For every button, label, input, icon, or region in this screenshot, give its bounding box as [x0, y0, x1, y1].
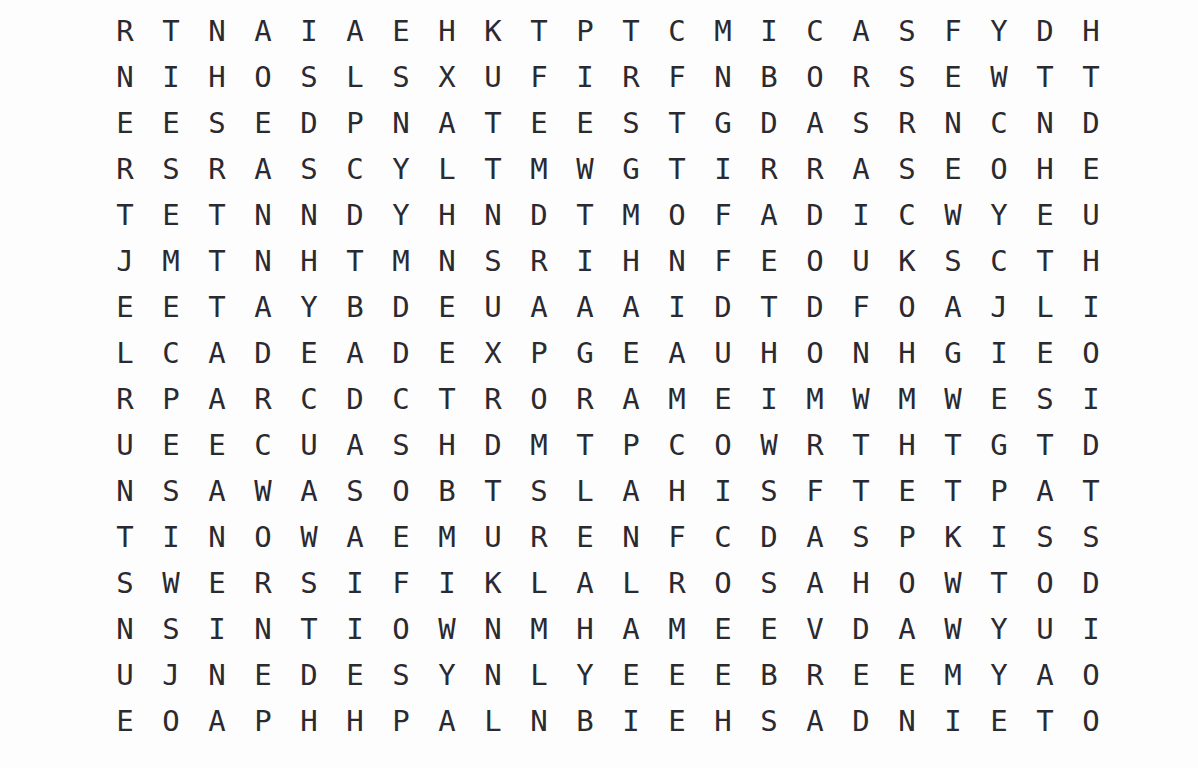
- grid-cell[interactable]: W: [930, 192, 976, 238]
- grid-cell[interactable]: S: [378, 652, 424, 698]
- grid-cell[interactable]: E: [194, 422, 240, 468]
- grid-cell[interactable]: O: [884, 560, 930, 606]
- grid-cell[interactable]: R: [102, 376, 148, 422]
- grid-cell[interactable]: T: [332, 238, 378, 284]
- grid-cell[interactable]: E: [1022, 192, 1068, 238]
- grid-cell[interactable]: N: [608, 514, 654, 560]
- grid-cell[interactable]: W: [930, 560, 976, 606]
- grid-cell[interactable]: D: [332, 376, 378, 422]
- grid-cell[interactable]: D: [792, 284, 838, 330]
- grid-cell[interactable]: T: [470, 468, 516, 514]
- grid-cell[interactable]: W: [424, 606, 470, 652]
- grid-cell[interactable]: N: [654, 238, 700, 284]
- grid-cell[interactable]: M: [654, 606, 700, 652]
- grid-cell[interactable]: N: [194, 514, 240, 560]
- grid-cell[interactable]: N: [194, 8, 240, 54]
- grid-cell[interactable]: R: [102, 8, 148, 54]
- grid-cell[interactable]: M: [378, 238, 424, 284]
- grid-cell[interactable]: R: [792, 422, 838, 468]
- grid-cell[interactable]: T: [1022, 54, 1068, 100]
- grid-cell[interactable]: B: [424, 468, 470, 514]
- grid-cell[interactable]: A: [838, 146, 884, 192]
- grid-cell[interactable]: S: [746, 698, 792, 744]
- grid-cell[interactable]: U: [102, 422, 148, 468]
- grid-cell[interactable]: C: [792, 8, 838, 54]
- grid-cell[interactable]: S: [148, 146, 194, 192]
- grid-cell[interactable]: E: [424, 284, 470, 330]
- grid-cell[interactable]: U: [1068, 192, 1114, 238]
- grid-cell[interactable]: L: [608, 560, 654, 606]
- grid-cell[interactable]: A: [194, 468, 240, 514]
- grid-cell[interactable]: S: [884, 54, 930, 100]
- grid-cell[interactable]: N: [884, 698, 930, 744]
- grid-cell[interactable]: A: [516, 284, 562, 330]
- grid-cell[interactable]: H: [286, 698, 332, 744]
- grid-cell[interactable]: F: [378, 560, 424, 606]
- grid-cell[interactable]: D: [746, 514, 792, 560]
- grid-cell[interactable]: E: [102, 100, 148, 146]
- grid-cell[interactable]: S: [378, 54, 424, 100]
- grid-cell[interactable]: W: [976, 54, 1022, 100]
- grid-cell[interactable]: N: [470, 606, 516, 652]
- grid-cell[interactable]: M: [608, 192, 654, 238]
- grid-cell[interactable]: F: [516, 54, 562, 100]
- grid-cell[interactable]: M: [654, 376, 700, 422]
- grid-cell[interactable]: J: [102, 238, 148, 284]
- grid-cell[interactable]: E: [562, 100, 608, 146]
- grid-cell[interactable]: A: [240, 146, 286, 192]
- grid-cell[interactable]: E: [240, 652, 286, 698]
- grid-cell[interactable]: O: [792, 238, 838, 284]
- grid-cell[interactable]: M: [516, 422, 562, 468]
- grid-cell[interactable]: O: [976, 146, 1022, 192]
- grid-cell[interactable]: S: [286, 54, 332, 100]
- grid-cell[interactable]: A: [792, 100, 838, 146]
- grid-cell[interactable]: E: [1022, 330, 1068, 376]
- grid-cell[interactable]: R: [792, 146, 838, 192]
- grid-cell[interactable]: O: [700, 422, 746, 468]
- grid-cell[interactable]: E: [654, 652, 700, 698]
- grid-cell[interactable]: A: [332, 422, 378, 468]
- grid-cell[interactable]: T: [424, 376, 470, 422]
- grid-cell[interactable]: C: [976, 100, 1022, 146]
- grid-cell[interactable]: A: [332, 8, 378, 54]
- grid-cell[interactable]: D: [378, 284, 424, 330]
- grid-cell[interactable]: E: [148, 192, 194, 238]
- grid-cell[interactable]: P: [516, 330, 562, 376]
- grid-cell[interactable]: E: [838, 652, 884, 698]
- grid-cell[interactable]: I: [194, 606, 240, 652]
- grid-cell[interactable]: I: [332, 606, 378, 652]
- grid-cell[interactable]: A: [930, 284, 976, 330]
- grid-cell[interactable]: J: [976, 284, 1022, 330]
- grid-cell[interactable]: I: [562, 238, 608, 284]
- grid-cell[interactable]: B: [746, 54, 792, 100]
- grid-cell[interactable]: E: [332, 652, 378, 698]
- grid-cell[interactable]: A: [562, 560, 608, 606]
- grid-cell[interactable]: E: [378, 514, 424, 560]
- grid-cell[interactable]: H: [1068, 238, 1114, 284]
- grid-cell[interactable]: F: [700, 192, 746, 238]
- grid-cell[interactable]: B: [562, 698, 608, 744]
- grid-cell[interactable]: H: [1068, 8, 1114, 54]
- grid-cell[interactable]: I: [332, 560, 378, 606]
- grid-cell[interactable]: P: [378, 698, 424, 744]
- grid-cell[interactable]: P: [148, 376, 194, 422]
- grid-cell[interactable]: T: [102, 514, 148, 560]
- grid-cell[interactable]: C: [976, 238, 1022, 284]
- grid-cell[interactable]: O: [1022, 560, 1068, 606]
- grid-cell[interactable]: T: [976, 560, 1022, 606]
- grid-cell[interactable]: H: [1022, 146, 1068, 192]
- grid-cell[interactable]: N: [930, 100, 976, 146]
- grid-cell[interactable]: E: [194, 560, 240, 606]
- grid-cell[interactable]: H: [194, 54, 240, 100]
- grid-cell[interactable]: E: [608, 652, 654, 698]
- grid-cell[interactable]: R: [194, 146, 240, 192]
- grid-cell[interactable]: S: [1068, 514, 1114, 560]
- grid-cell[interactable]: C: [240, 422, 286, 468]
- grid-cell[interactable]: I: [148, 514, 194, 560]
- grid-cell[interactable]: D: [746, 100, 792, 146]
- grid-cell[interactable]: R: [654, 560, 700, 606]
- grid-cell[interactable]: I: [654, 284, 700, 330]
- grid-cell[interactable]: A: [608, 376, 654, 422]
- grid-cell[interactable]: I: [746, 8, 792, 54]
- grid-cell[interactable]: U: [286, 422, 332, 468]
- grid-cell[interactable]: S: [286, 560, 332, 606]
- grid-cell[interactable]: E: [562, 514, 608, 560]
- grid-cell[interactable]: R: [746, 146, 792, 192]
- grid-cell[interactable]: P: [562, 8, 608, 54]
- grid-cell[interactable]: T: [470, 146, 516, 192]
- grid-cell[interactable]: U: [470, 514, 516, 560]
- grid-cell[interactable]: A: [792, 514, 838, 560]
- grid-cell[interactable]: W: [286, 514, 332, 560]
- grid-cell[interactable]: N: [470, 192, 516, 238]
- grid-cell[interactable]: S: [332, 468, 378, 514]
- grid-cell[interactable]: T: [654, 100, 700, 146]
- grid-cell[interactable]: P: [884, 514, 930, 560]
- grid-cell[interactable]: V: [792, 606, 838, 652]
- grid-cell[interactable]: O: [884, 284, 930, 330]
- grid-cell[interactable]: C: [884, 192, 930, 238]
- grid-cell[interactable]: O: [792, 330, 838, 376]
- grid-cell[interactable]: T: [930, 422, 976, 468]
- grid-cell[interactable]: H: [838, 560, 884, 606]
- grid-cell[interactable]: R: [562, 376, 608, 422]
- grid-cell[interactable]: N: [240, 192, 286, 238]
- grid-cell[interactable]: S: [1022, 376, 1068, 422]
- grid-cell[interactable]: L: [562, 468, 608, 514]
- grid-cell[interactable]: D: [378, 330, 424, 376]
- grid-cell[interactable]: E: [424, 330, 470, 376]
- grid-cell[interactable]: N: [286, 192, 332, 238]
- grid-cell[interactable]: H: [700, 698, 746, 744]
- grid-cell[interactable]: R: [470, 376, 516, 422]
- grid-cell[interactable]: L: [102, 330, 148, 376]
- grid-cell[interactable]: H: [424, 422, 470, 468]
- grid-cell[interactable]: G: [976, 422, 1022, 468]
- grid-cell[interactable]: I: [424, 560, 470, 606]
- grid-cell[interactable]: O: [700, 560, 746, 606]
- grid-cell[interactable]: A: [1022, 652, 1068, 698]
- grid-cell[interactable]: A: [562, 284, 608, 330]
- grid-cell[interactable]: O: [1068, 652, 1114, 698]
- grid-cell[interactable]: S: [194, 100, 240, 146]
- grid-cell[interactable]: E: [148, 100, 194, 146]
- grid-cell[interactable]: N: [240, 238, 286, 284]
- grid-cell[interactable]: H: [424, 8, 470, 54]
- grid-cell[interactable]: N: [838, 330, 884, 376]
- grid-cell[interactable]: E: [1068, 146, 1114, 192]
- grid-cell[interactable]: D: [286, 652, 332, 698]
- grid-cell[interactable]: E: [148, 422, 194, 468]
- grid-cell[interactable]: F: [654, 514, 700, 560]
- grid-cell[interactable]: S: [148, 606, 194, 652]
- grid-cell[interactable]: S: [470, 238, 516, 284]
- grid-cell[interactable]: L: [516, 652, 562, 698]
- grid-cell[interactable]: O: [240, 54, 286, 100]
- grid-cell[interactable]: J: [148, 652, 194, 698]
- grid-cell[interactable]: S: [884, 8, 930, 54]
- grid-cell[interactable]: E: [516, 100, 562, 146]
- grid-cell[interactable]: R: [838, 54, 884, 100]
- grid-cell[interactable]: O: [1068, 698, 1114, 744]
- grid-cell[interactable]: T: [608, 8, 654, 54]
- grid-cell[interactable]: E: [378, 8, 424, 54]
- grid-cell[interactable]: P: [332, 100, 378, 146]
- grid-cell[interactable]: M: [792, 376, 838, 422]
- grid-cell[interactable]: X: [470, 330, 516, 376]
- grid-cell[interactable]: Y: [424, 652, 470, 698]
- grid-cell[interactable]: F: [930, 8, 976, 54]
- grid-cell[interactable]: R: [792, 652, 838, 698]
- grid-cell[interactable]: A: [332, 514, 378, 560]
- grid-cell[interactable]: E: [700, 606, 746, 652]
- grid-cell[interactable]: G: [930, 330, 976, 376]
- grid-cell[interactable]: H: [654, 468, 700, 514]
- grid-cell[interactable]: K: [884, 238, 930, 284]
- grid-cell[interactable]: P: [608, 422, 654, 468]
- grid-cell[interactable]: B: [746, 652, 792, 698]
- grid-cell[interactable]: T: [194, 284, 240, 330]
- grid-cell[interactable]: Y: [378, 192, 424, 238]
- grid-cell[interactable]: I: [976, 514, 1022, 560]
- grid-cell[interactable]: S: [286, 146, 332, 192]
- grid-cell[interactable]: D: [286, 100, 332, 146]
- grid-cell[interactable]: T: [470, 100, 516, 146]
- grid-cell[interactable]: S: [378, 422, 424, 468]
- grid-cell[interactable]: F: [654, 54, 700, 100]
- grid-cell[interactable]: T: [148, 8, 194, 54]
- grid-cell[interactable]: U: [470, 284, 516, 330]
- grid-cell[interactable]: R: [240, 376, 286, 422]
- grid-cell[interactable]: E: [240, 100, 286, 146]
- grid-cell[interactable]: F: [700, 238, 746, 284]
- grid-cell[interactable]: R: [608, 54, 654, 100]
- grid-cell[interactable]: S: [746, 468, 792, 514]
- grid-cell[interactable]: U: [838, 238, 884, 284]
- grid-cell[interactable]: M: [930, 652, 976, 698]
- grid-cell[interactable]: A: [240, 8, 286, 54]
- grid-cell[interactable]: T: [562, 192, 608, 238]
- grid-cell[interactable]: Y: [378, 146, 424, 192]
- grid-cell[interactable]: E: [884, 468, 930, 514]
- grid-cell[interactable]: H: [884, 422, 930, 468]
- grid-cell[interactable]: S: [102, 560, 148, 606]
- grid-cell[interactable]: A: [746, 192, 792, 238]
- grid-cell[interactable]: E: [286, 330, 332, 376]
- grid-cell[interactable]: S: [838, 514, 884, 560]
- grid-cell[interactable]: W: [240, 468, 286, 514]
- grid-cell[interactable]: T: [654, 146, 700, 192]
- grid-cell[interactable]: N: [194, 652, 240, 698]
- grid-cell[interactable]: H: [332, 698, 378, 744]
- grid-cell[interactable]: G: [562, 330, 608, 376]
- grid-cell[interactable]: H: [562, 606, 608, 652]
- grid-cell[interactable]: W: [562, 146, 608, 192]
- grid-cell[interactable]: E: [102, 698, 148, 744]
- grid-cell[interactable]: I: [1068, 376, 1114, 422]
- grid-cell[interactable]: Y: [976, 606, 1022, 652]
- grid-cell[interactable]: E: [700, 376, 746, 422]
- grid-cell[interactable]: A: [194, 376, 240, 422]
- grid-cell[interactable]: S: [608, 100, 654, 146]
- grid-cell[interactable]: M: [516, 606, 562, 652]
- grid-cell[interactable]: H: [746, 330, 792, 376]
- grid-cell[interactable]: D: [1022, 8, 1068, 54]
- grid-cell[interactable]: O: [148, 698, 194, 744]
- grid-cell[interactable]: E: [102, 284, 148, 330]
- grid-cell[interactable]: E: [746, 606, 792, 652]
- grid-cell[interactable]: W: [930, 606, 976, 652]
- grid-cell[interactable]: N: [102, 54, 148, 100]
- grid-cell[interactable]: K: [930, 514, 976, 560]
- grid-cell[interactable]: A: [194, 330, 240, 376]
- grid-cell[interactable]: I: [286, 8, 332, 54]
- grid-cell[interactable]: E: [976, 698, 1022, 744]
- grid-cell[interactable]: O: [516, 376, 562, 422]
- grid-cell[interactable]: U: [102, 652, 148, 698]
- grid-cell[interactable]: S: [1022, 514, 1068, 560]
- grid-cell[interactable]: S: [746, 560, 792, 606]
- grid-cell[interactable]: A: [240, 284, 286, 330]
- grid-cell[interactable]: L: [332, 54, 378, 100]
- grid-cell[interactable]: E: [746, 238, 792, 284]
- grid-cell[interactable]: D: [1068, 100, 1114, 146]
- grid-cell[interactable]: P: [240, 698, 286, 744]
- grid-cell[interactable]: G: [700, 100, 746, 146]
- grid-cell[interactable]: A: [792, 560, 838, 606]
- grid-cell[interactable]: C: [148, 330, 194, 376]
- grid-cell[interactable]: I: [838, 192, 884, 238]
- grid-cell[interactable]: A: [194, 698, 240, 744]
- grid-cell[interactable]: D: [1068, 560, 1114, 606]
- grid-cell[interactable]: N: [378, 100, 424, 146]
- grid-cell[interactable]: T: [516, 8, 562, 54]
- grid-cell[interactable]: I: [608, 698, 654, 744]
- grid-cell[interactable]: E: [930, 146, 976, 192]
- grid-cell[interactable]: E: [930, 54, 976, 100]
- grid-cell[interactable]: S: [516, 468, 562, 514]
- grid-cell[interactable]: C: [378, 376, 424, 422]
- grid-cell[interactable]: O: [378, 606, 424, 652]
- grid-cell[interactable]: T: [1022, 422, 1068, 468]
- grid-cell[interactable]: D: [792, 192, 838, 238]
- grid-cell[interactable]: E: [884, 652, 930, 698]
- grid-cell[interactable]: O: [654, 192, 700, 238]
- grid-cell[interactable]: T: [838, 422, 884, 468]
- grid-cell[interactable]: N: [470, 652, 516, 698]
- grid-cell[interactable]: S: [838, 100, 884, 146]
- grid-cell[interactable]: R: [240, 560, 286, 606]
- grid-cell[interactable]: U: [700, 330, 746, 376]
- grid-cell[interactable]: N: [424, 238, 470, 284]
- grid-cell[interactable]: Y: [286, 284, 332, 330]
- grid-cell[interactable]: I: [746, 376, 792, 422]
- grid-cell[interactable]: A: [424, 698, 470, 744]
- grid-cell[interactable]: U: [470, 54, 516, 100]
- grid-cell[interactable]: L: [516, 560, 562, 606]
- grid-cell[interactable]: D: [1068, 422, 1114, 468]
- grid-cell[interactable]: N: [102, 468, 148, 514]
- grid-cell[interactable]: H: [424, 192, 470, 238]
- grid-cell[interactable]: A: [608, 606, 654, 652]
- grid-cell[interactable]: I: [1068, 606, 1114, 652]
- grid-cell[interactable]: S: [884, 146, 930, 192]
- grid-cell[interactable]: I: [700, 468, 746, 514]
- grid-cell[interactable]: A: [286, 468, 332, 514]
- grid-cell[interactable]: D: [516, 192, 562, 238]
- grid-cell[interactable]: T: [1022, 238, 1068, 284]
- grid-cell[interactable]: T: [286, 606, 332, 652]
- grid-cell[interactable]: A: [884, 606, 930, 652]
- grid-cell[interactable]: R: [102, 146, 148, 192]
- grid-cell[interactable]: O: [1068, 330, 1114, 376]
- grid-cell[interactable]: W: [148, 560, 194, 606]
- grid-cell[interactable]: O: [378, 468, 424, 514]
- grid-cell[interactable]: N: [516, 698, 562, 744]
- grid-cell[interactable]: T: [194, 192, 240, 238]
- grid-cell[interactable]: C: [700, 514, 746, 560]
- grid-cell[interactable]: M: [516, 146, 562, 192]
- grid-cell[interactable]: P: [976, 468, 1022, 514]
- grid-cell[interactable]: U: [1022, 606, 1068, 652]
- grid-cell[interactable]: F: [838, 284, 884, 330]
- grid-cell[interactable]: M: [884, 376, 930, 422]
- grid-cell[interactable]: W: [746, 422, 792, 468]
- grid-cell[interactable]: K: [470, 8, 516, 54]
- grid-cell[interactable]: O: [792, 54, 838, 100]
- grid-cell[interactable]: N: [1022, 100, 1068, 146]
- grid-cell[interactable]: C: [654, 422, 700, 468]
- grid-cell[interactable]: D: [470, 422, 516, 468]
- grid-cell[interactable]: A: [608, 284, 654, 330]
- grid-cell[interactable]: C: [654, 8, 700, 54]
- grid-cell[interactable]: I: [700, 146, 746, 192]
- grid-cell[interactable]: I: [148, 54, 194, 100]
- grid-cell[interactable]: I: [930, 698, 976, 744]
- grid-cell[interactable]: S: [148, 468, 194, 514]
- grid-cell[interactable]: A: [332, 330, 378, 376]
- grid-cell[interactable]: W: [930, 376, 976, 422]
- grid-cell[interactable]: T: [1068, 54, 1114, 100]
- grid-cell[interactable]: Y: [976, 652, 1022, 698]
- grid-cell[interactable]: D: [332, 192, 378, 238]
- grid-cell[interactable]: E: [700, 652, 746, 698]
- grid-cell[interactable]: N: [102, 606, 148, 652]
